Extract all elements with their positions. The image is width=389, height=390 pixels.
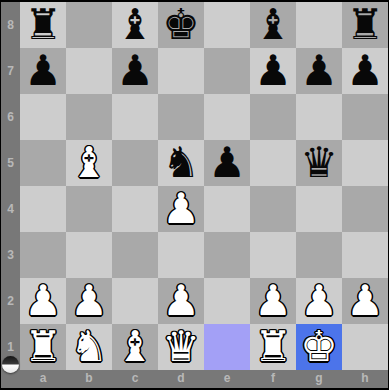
piece-white-rook[interactable]: ♜ [250, 324, 296, 370]
file-label-d: d [158, 370, 204, 388]
square-g2[interactable]: ♟ [296, 278, 342, 324]
piece-black-rook[interactable]: ♜ [342, 2, 388, 48]
square-g8[interactable] [296, 2, 342, 48]
piece-white-pawn[interactable]: ♟ [66, 278, 112, 324]
square-b3[interactable] [66, 232, 112, 278]
square-f4[interactable] [250, 186, 296, 232]
square-c3[interactable] [112, 232, 158, 278]
square-d2[interactable]: ♟ [158, 278, 204, 324]
square-e7[interactable] [204, 48, 250, 94]
square-g3[interactable] [296, 232, 342, 278]
piece-white-pawn[interactable]: ♟ [296, 278, 342, 324]
square-f2[interactable]: ♟ [250, 278, 296, 324]
square-e3[interactable] [204, 232, 250, 278]
file-label-h: h [342, 370, 388, 388]
chess-app-window: 87654321 abcdefgh ♜♝♚♝♜♟♟♟♟♟♝♞♟♛♟♟♟♟♟♟♟♜… [0, 0, 389, 390]
square-f3[interactable] [250, 232, 296, 278]
square-b4[interactable] [66, 186, 112, 232]
chess-board: ♜♝♚♝♜♟♟♟♟♟♝♞♟♛♟♟♟♟♟♟♟♜♞♝♛♜♚ [20, 2, 388, 370]
square-b5[interactable]: ♝ [66, 140, 112, 186]
piece-white-king[interactable]: ♚ [296, 324, 342, 370]
file-label-b: b [66, 370, 112, 388]
piece-white-rook[interactable]: ♜ [20, 324, 66, 370]
square-h4[interactable] [342, 186, 388, 232]
square-f6[interactable] [250, 94, 296, 140]
square-f5[interactable] [250, 140, 296, 186]
square-f8[interactable]: ♝ [250, 2, 296, 48]
square-a3[interactable] [20, 232, 66, 278]
square-c1[interactable]: ♝ [112, 324, 158, 370]
piece-white-pawn[interactable]: ♟ [342, 278, 388, 324]
square-a6[interactable] [20, 94, 66, 140]
piece-white-pawn[interactable]: ♟ [20, 278, 66, 324]
piece-black-queen[interactable]: ♛ [296, 140, 342, 186]
square-a8[interactable]: ♜ [20, 2, 66, 48]
file-label-f: f [250, 370, 296, 388]
rank-label-3: 3 [1, 232, 20, 278]
square-h6[interactable] [342, 94, 388, 140]
square-e1[interactable] [204, 324, 250, 370]
square-b2[interactable]: ♟ [66, 278, 112, 324]
rank-label-5: 5 [1, 140, 20, 186]
square-a4[interactable] [20, 186, 66, 232]
rank-label-2: 2 [1, 278, 20, 324]
square-h5[interactable] [342, 140, 388, 186]
square-c2[interactable] [112, 278, 158, 324]
piece-black-king[interactable]: ♚ [158, 2, 204, 48]
file-label-e: e [204, 370, 250, 388]
square-a5[interactable] [20, 140, 66, 186]
square-g4[interactable] [296, 186, 342, 232]
piece-white-knight[interactable]: ♞ [66, 324, 112, 370]
square-g1[interactable]: ♚ [296, 324, 342, 370]
square-d8[interactable]: ♚ [158, 2, 204, 48]
square-h7[interactable]: ♟ [342, 48, 388, 94]
turn-indicator-icon [2, 356, 19, 373]
rank-labels: 87654321 [1, 2, 20, 370]
piece-black-pawn[interactable]: ♟ [20, 48, 66, 94]
piece-white-queen[interactable]: ♛ [158, 324, 204, 370]
piece-white-bishop[interactable]: ♝ [66, 140, 112, 186]
square-d1[interactable]: ♛ [158, 324, 204, 370]
square-c5[interactable] [112, 140, 158, 186]
square-f1[interactable]: ♜ [250, 324, 296, 370]
piece-black-pawn[interactable]: ♟ [342, 48, 388, 94]
square-h8[interactable]: ♜ [342, 2, 388, 48]
piece-black-bishop[interactable]: ♝ [112, 2, 158, 48]
square-g7[interactable]: ♟ [296, 48, 342, 94]
file-labels: abcdefgh [20, 370, 388, 388]
square-b6[interactable] [66, 94, 112, 140]
square-d5[interactable]: ♞ [158, 140, 204, 186]
square-d4[interactable]: ♟ [158, 186, 204, 232]
rank-label-4: 4 [1, 186, 20, 232]
square-d3[interactable] [158, 232, 204, 278]
square-e8[interactable] [204, 2, 250, 48]
square-g6[interactable] [296, 94, 342, 140]
square-c8[interactable]: ♝ [112, 2, 158, 48]
square-f7[interactable]: ♟ [250, 48, 296, 94]
square-a1[interactable]: ♜ [20, 324, 66, 370]
square-c4[interactable] [112, 186, 158, 232]
rank-label-8: 8 [1, 2, 20, 48]
piece-black-rook[interactable]: ♜ [20, 2, 66, 48]
rank-label-6: 6 [1, 94, 20, 140]
piece-white-pawn[interactable]: ♟ [158, 278, 204, 324]
square-c6[interactable] [112, 94, 158, 140]
square-a7[interactable]: ♟ [20, 48, 66, 94]
square-b8[interactable] [66, 2, 112, 48]
square-c7[interactable]: ♟ [112, 48, 158, 94]
square-e4[interactable] [204, 186, 250, 232]
square-a2[interactable]: ♟ [20, 278, 66, 324]
piece-white-pawn[interactable]: ♟ [250, 278, 296, 324]
square-h1[interactable] [342, 324, 388, 370]
square-g5[interactable]: ♛ [296, 140, 342, 186]
file-label-c: c [112, 370, 158, 388]
rank-label-7: 7 [1, 48, 20, 94]
piece-white-pawn[interactable]: ♟ [158, 186, 204, 232]
piece-black-pawn[interactable]: ♟ [112, 48, 158, 94]
square-e2[interactable] [204, 278, 250, 324]
piece-black-bishop[interactable]: ♝ [250, 2, 296, 48]
piece-black-pawn[interactable]: ♟ [250, 48, 296, 94]
square-e6[interactable] [204, 94, 250, 140]
file-label-a: a [20, 370, 66, 388]
piece-black-knight[interactable]: ♞ [158, 140, 204, 186]
piece-white-bishop[interactable]: ♝ [112, 324, 158, 370]
piece-black-pawn[interactable]: ♟ [296, 48, 342, 94]
file-label-g: g [296, 370, 342, 388]
square-h2[interactable]: ♟ [342, 278, 388, 324]
square-b7[interactable] [66, 48, 112, 94]
square-d6[interactable] [158, 94, 204, 140]
square-d7[interactable] [158, 48, 204, 94]
piece-black-pawn[interactable]: ♟ [204, 140, 250, 186]
square-h3[interactable] [342, 232, 388, 278]
square-e5[interactable]: ♟ [204, 140, 250, 186]
square-b1[interactable]: ♞ [66, 324, 112, 370]
